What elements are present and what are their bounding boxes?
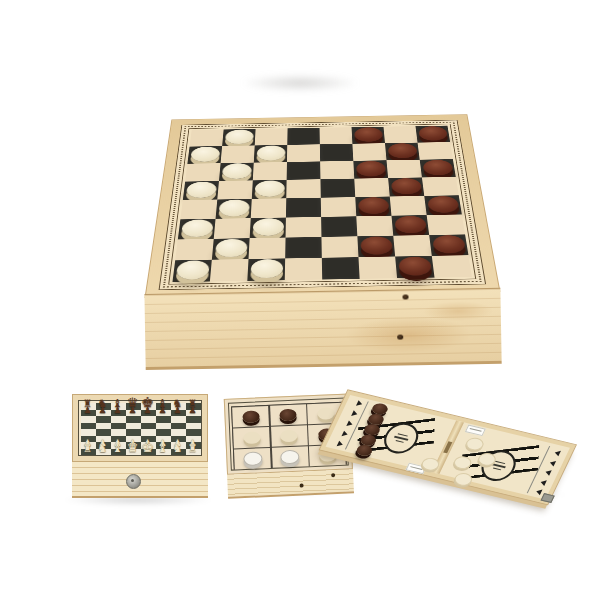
dark-disc[interactable]	[242, 410, 260, 423]
brown-pawn[interactable]: ♟	[98, 406, 107, 415]
checkers-square-r7c7[interactable]	[393, 235, 432, 256]
checkers-square-r6c5[interactable]	[321, 216, 357, 237]
checkers-square-r4c6[interactable]	[354, 178, 389, 197]
sling-puck-playfield	[326, 395, 570, 499]
brown-pawn[interactable]: ♟	[143, 406, 152, 415]
white-checker[interactable]	[214, 239, 247, 258]
brown-checker[interactable]	[432, 235, 466, 254]
checkers-square-r6c3[interactable]	[250, 218, 286, 239]
arrow-icon	[537, 478, 547, 485]
checkers-square-r4c2[interactable]	[217, 180, 253, 199]
white-king[interactable]: ♚	[141, 440, 155, 454]
white-checker[interactable]	[175, 260, 209, 279]
brown-checker[interactable]	[398, 256, 432, 275]
brown-checker[interactable]	[360, 236, 393, 255]
checkers-square-r3c6[interactable]	[353, 160, 388, 178]
white-checker[interactable]	[218, 199, 249, 216]
white-rook[interactable]: ♜	[188, 444, 198, 454]
checkers-square-r4c4[interactable]	[286, 179, 320, 198]
brown-checker[interactable]	[394, 216, 427, 234]
checkers-square-r8c8[interactable]	[432, 255, 472, 277]
brown-checker[interactable]	[418, 126, 448, 141]
ttt-cell-r2c1[interactable]	[233, 427, 270, 448]
checkers-square-r8c4[interactable]	[285, 258, 322, 280]
white-disc[interactable]	[280, 449, 300, 464]
checkers-square-r7c6[interactable]	[357, 236, 395, 257]
checkers-square-r7c4[interactable]	[285, 237, 322, 258]
white-knight[interactable]: ♞	[172, 443, 183, 454]
product-photo-canvas: ♜♞♝♛♚♝♞♜♟♟♟♟♟♟♟♟♟♟♟♟♟♟♟♟♜♞♝♛♚♝♞♜	[0, 0, 600, 600]
ttt-cell-r1c2[interactable]	[270, 404, 307, 425]
checkers-square-r2c7[interactable]	[385, 143, 420, 161]
checkers-square-r2c3[interactable]	[254, 145, 288, 163]
chess-set-photo: ♜♞♝♛♚♝♞♜♟♟♟♟♟♟♟♟♟♟♟♟♟♟♟♟♜♞♝♛♚♝♞♜	[64, 380, 216, 510]
brown-pawn[interactable]: ♟	[158, 406, 167, 415]
checkers-square-r1c3[interactable]	[255, 128, 288, 145]
sling-puck-photo	[322, 362, 588, 520]
brown-checker[interactable]	[354, 127, 383, 142]
cream-disc[interactable]	[243, 431, 261, 444]
checkers-square-r6c2[interactable]	[214, 218, 251, 239]
checkers-square-r5c4[interactable]	[286, 198, 321, 218]
sling-puck-board	[320, 390, 576, 504]
checkers-square-r3c7[interactable]	[387, 160, 422, 178]
white-queen[interactable]: ♛	[126, 441, 139, 454]
checkers-square-r1c8[interactable]	[415, 126, 450, 143]
arrow-icon	[551, 449, 561, 456]
white-checker[interactable]	[180, 219, 213, 237]
ttt-cell-r3c2[interactable]	[271, 446, 308, 467]
arrow-icon	[541, 468, 551, 475]
ttt-cell-r2c2[interactable]	[271, 425, 308, 446]
checkers-square-r6c8[interactable]	[427, 214, 465, 235]
arrow-icon	[532, 488, 542, 495]
checkers-square-r3c1[interactable]	[185, 163, 220, 181]
checkers-square-r3c4[interactable]	[287, 161, 321, 179]
checkers-square-r6c6[interactable]	[356, 216, 393, 237]
brown-checker[interactable]	[390, 178, 421, 195]
checkers-square-r7c5[interactable]	[321, 236, 358, 257]
arrow-icon	[546, 459, 556, 466]
brown-checker[interactable]	[387, 143, 417, 158]
brown-checker[interactable]	[427, 196, 460, 213]
dark-disc[interactable]	[279, 408, 297, 421]
brown-checker[interactable]	[358, 197, 389, 214]
white-checker[interactable]	[224, 129, 253, 144]
brown-pawn[interactable]: ♟	[128, 406, 137, 415]
white-checker[interactable]	[252, 218, 283, 236]
white-disc[interactable]	[243, 451, 263, 466]
checkers-square-r4c7[interactable]	[388, 177, 424, 196]
brown-checker[interactable]	[356, 161, 386, 177]
checkers-square-r8c5[interactable]	[322, 257, 360, 279]
checkers-square-r5c6[interactable]	[355, 196, 391, 216]
white-bishop[interactable]: ♝	[112, 443, 123, 454]
checkers-square-r3c8[interactable]	[420, 159, 456, 177]
checkers-square-r3c5[interactable]	[320, 161, 354, 179]
checkers-square-r2c4[interactable]	[287, 144, 320, 162]
white-bishop[interactable]: ♝	[157, 443, 168, 454]
box-hole-icon	[397, 335, 403, 340]
light-puck[interactable]	[464, 436, 486, 452]
brown-pawn[interactable]: ♟	[188, 406, 197, 415]
checkers-square-r5c3[interactable]	[251, 198, 287, 218]
checkers-square-r8c7[interactable]	[395, 256, 434, 278]
checkers-square-r2c8[interactable]	[418, 142, 453, 160]
checkers-square-r7c1[interactable]	[175, 239, 214, 261]
checkers-square-r4c8[interactable]	[422, 177, 459, 196]
checkers-square-r8c6[interactable]	[358, 257, 397, 279]
checkers-square-r8c1[interactable]	[172, 260, 211, 282]
checkers-square-r7c8[interactable]	[429, 234, 468, 255]
sticker-label	[465, 424, 486, 436]
metal-clasp-icon[interactable]	[126, 474, 141, 489]
checkers-square-r1c2[interactable]	[222, 129, 255, 146]
brown-pawn[interactable]: ♟	[113, 406, 122, 415]
white-checker[interactable]	[256, 145, 285, 160]
checkers-square-r8c2[interactable]	[210, 259, 249, 281]
checkers-square-r7c3[interactable]	[249, 238, 286, 260]
checkers-square-r1c6[interactable]	[352, 127, 385, 144]
white-checker[interactable]	[190, 147, 220, 162]
checkers-square-r2c2[interactable]	[221, 145, 255, 163]
white-checker[interactable]	[254, 180, 284, 197]
checkers-square-r4c5[interactable]	[320, 179, 355, 198]
brown-pawn[interactable]: ♟	[173, 406, 182, 415]
checkers-square-r1c1[interactable]	[190, 129, 224, 146]
white-knight[interactable]: ♞	[97, 443, 108, 454]
checkers-box-photo	[128, 55, 508, 367]
checkers-square-r2c6[interactable]	[352, 143, 386, 161]
checkers-board-top	[144, 114, 500, 298]
white-checker[interactable]	[185, 182, 216, 199]
white-checker[interactable]	[250, 259, 283, 278]
ttt-cell-r3c1[interactable]	[234, 448, 271, 469]
checkers-square-r4c1[interactable]	[183, 181, 219, 200]
checkers-square-r1c4[interactable]	[287, 128, 320, 145]
white-checker[interactable]	[221, 163, 251, 179]
checkers-square-r1c7[interactable]	[383, 126, 417, 143]
checkers-square-r6c7[interactable]	[391, 215, 429, 236]
ttt-cell-r1c1[interactable]	[232, 406, 269, 427]
checkers-square-r5c7[interactable]	[390, 196, 427, 216]
checkers-square-r2c5[interactable]	[320, 144, 353, 162]
metal-clasp-icon[interactable]	[541, 493, 555, 503]
box-hole-icon	[300, 483, 304, 487]
checkers-square-r5c2[interactable]	[216, 199, 252, 219]
checkers-square-r6c4[interactable]	[286, 217, 322, 238]
cream-disc[interactable]	[280, 429, 298, 442]
box-hole-icon	[402, 294, 408, 299]
checkers-square-r5c1[interactable]	[180, 200, 217, 220]
checkers-grid	[172, 126, 472, 283]
checkers-box-front-face	[144, 288, 501, 370]
checkers-square-r6c1[interactable]	[178, 219, 216, 240]
checkers-square-r3c2[interactable]	[219, 163, 254, 181]
white-rook[interactable]: ♜	[83, 444, 93, 454]
checkers-square-r3c3[interactable]	[253, 162, 287, 180]
checkers-square-r2c1[interactable]	[187, 146, 222, 164]
checkers-square-r5c8[interactable]	[424, 195, 462, 215]
brown-pawn[interactable]: ♟	[83, 406, 92, 415]
checkers-square-r7c2[interactable]	[212, 238, 250, 260]
checkers-decorative-border	[159, 120, 487, 290]
checkers-square-r5c5[interactable]	[321, 197, 357, 217]
checkers-square-r1c5[interactable]	[320, 127, 353, 144]
checkers-square-r4c3[interactable]	[252, 180, 287, 199]
checkers-square-r8c3[interactable]	[247, 258, 285, 280]
brown-checker[interactable]	[422, 160, 453, 176]
